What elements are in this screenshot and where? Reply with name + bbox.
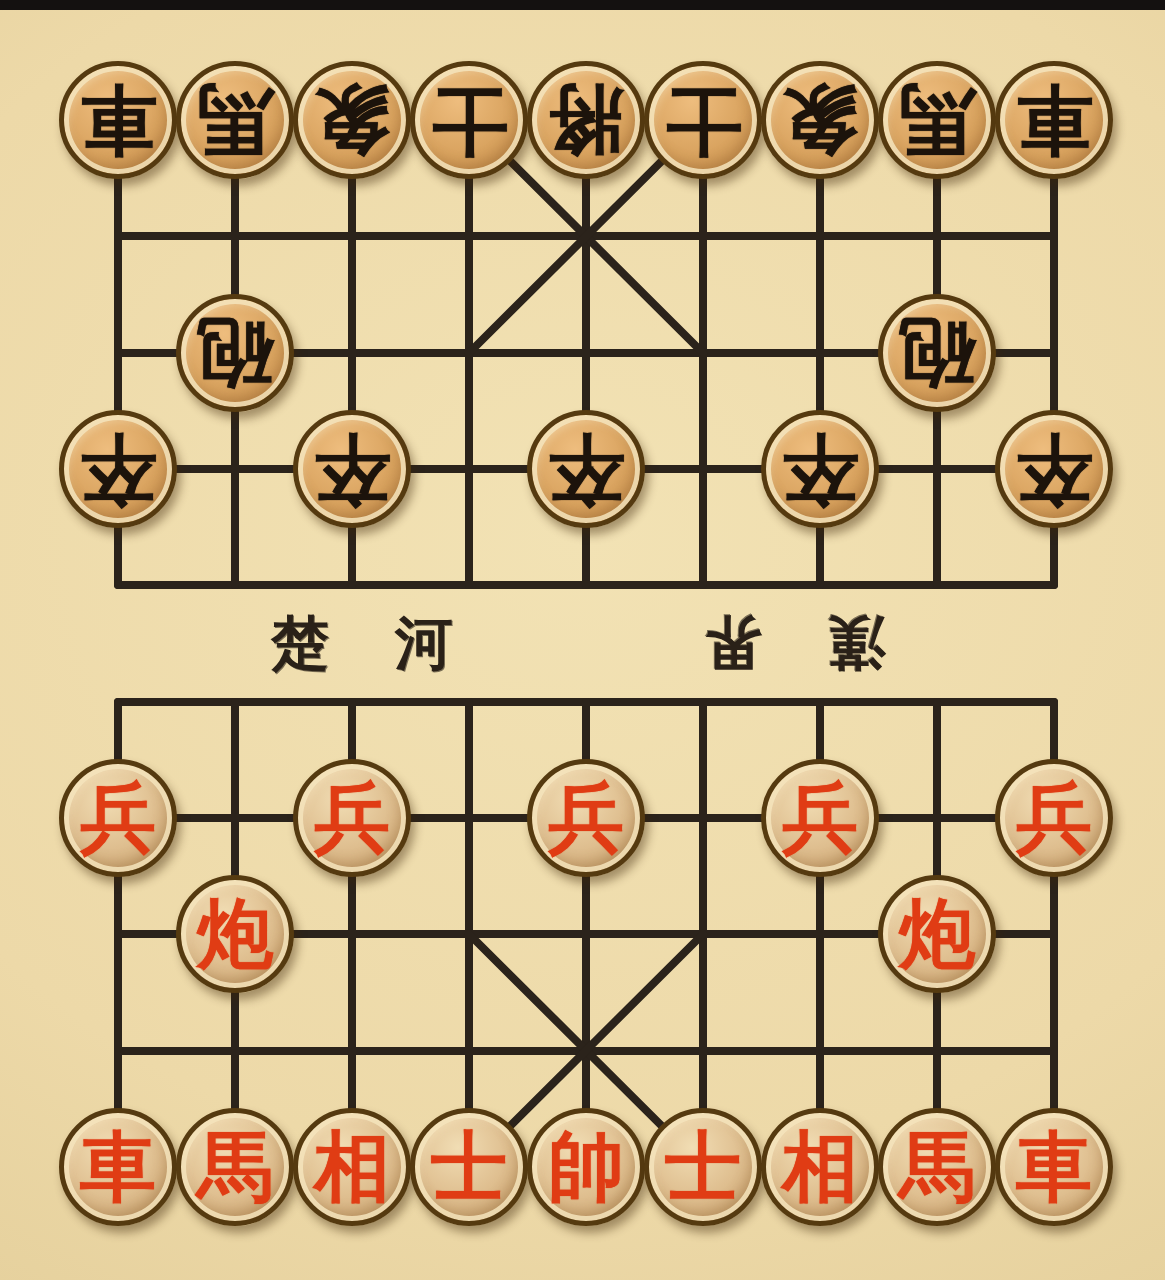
piece-glyph: 砲 <box>197 315 273 391</box>
piece-red-elephant-r10c3[interactable]: 相 <box>293 1108 411 1226</box>
xiangqi-board[interactable]: 楚河 漢界 車馬象士將士象馬車砲砲卒卒卒卒卒兵兵兵兵兵炮炮車馬相士帥士相馬車 <box>0 0 1165 1280</box>
piece-black-soldier-r4c1[interactable]: 卒 <box>59 410 177 528</box>
piece-red-horse-r10c2[interactable]: 馬 <box>176 1108 294 1226</box>
piece-glyph: 車 <box>80 1129 156 1205</box>
piece-glyph: 兵 <box>782 780 858 856</box>
river-label-chu-he: 楚河 <box>271 614 519 672</box>
piece-glyph: 車 <box>80 82 156 158</box>
piece-red-cannon-r8c8[interactable]: 炮 <box>878 875 996 993</box>
piece-black-elephant-r1c3[interactable]: 象 <box>293 61 411 179</box>
piece-glyph: 卒 <box>314 431 390 507</box>
piece-black-soldier-r4c5[interactable]: 卒 <box>527 410 645 528</box>
piece-glyph: 車 <box>1016 1129 1092 1205</box>
piece-black-horse-r1c2[interactable]: 馬 <box>176 61 294 179</box>
piece-red-soldier-r7c5[interactable]: 兵 <box>527 759 645 877</box>
piece-glyph: 卒 <box>782 431 858 507</box>
piece-red-advisor-r10c6[interactable]: 士 <box>644 1108 762 1226</box>
piece-red-general-r10c5[interactable]: 帥 <box>527 1108 645 1226</box>
piece-glyph: 兵 <box>548 780 624 856</box>
piece-black-soldier-r4c3[interactable]: 卒 <box>293 410 411 528</box>
piece-glyph: 相 <box>782 1129 858 1205</box>
piece-red-cannon-r8c2[interactable]: 炮 <box>176 875 294 993</box>
piece-glyph: 將 <box>548 82 624 158</box>
piece-glyph: 象 <box>782 82 858 158</box>
piece-glyph: 士 <box>665 1129 741 1205</box>
piece-glyph: 卒 <box>1016 431 1092 507</box>
river-label-han-jie: 漢界 <box>638 614 886 672</box>
piece-black-general-r1c5[interactable]: 將 <box>527 61 645 179</box>
piece-black-advisor-r1c4[interactable]: 士 <box>410 61 528 179</box>
piece-red-soldier-r7c3[interactable]: 兵 <box>293 759 411 877</box>
piece-glyph: 砲 <box>899 315 975 391</box>
piece-black-chariot-r1c1[interactable]: 車 <box>59 61 177 179</box>
piece-red-soldier-r7c9[interactable]: 兵 <box>995 759 1113 877</box>
piece-black-elephant-r1c7[interactable]: 象 <box>761 61 879 179</box>
piece-glyph: 兵 <box>80 780 156 856</box>
piece-glyph: 馬 <box>197 82 273 158</box>
piece-glyph: 炮 <box>197 896 273 972</box>
piece-glyph: 士 <box>431 1129 507 1205</box>
piece-glyph: 車 <box>1016 82 1092 158</box>
piece-black-advisor-r1c6[interactable]: 士 <box>644 61 762 179</box>
piece-black-cannon-r3c2[interactable]: 砲 <box>176 294 294 412</box>
piece-black-chariot-r1c9[interactable]: 車 <box>995 61 1113 179</box>
piece-red-soldier-r7c1[interactable]: 兵 <box>59 759 177 877</box>
piece-glyph: 士 <box>431 82 507 158</box>
piece-black-horse-r1c8[interactable]: 馬 <box>878 61 996 179</box>
piece-glyph: 士 <box>665 82 741 158</box>
piece-red-soldier-r7c7[interactable]: 兵 <box>761 759 879 877</box>
piece-glyph: 帥 <box>548 1129 624 1205</box>
piece-black-cannon-r3c8[interactable]: 砲 <box>878 294 996 412</box>
piece-red-chariot-r10c9[interactable]: 車 <box>995 1108 1113 1226</box>
piece-glyph: 兵 <box>1016 780 1092 856</box>
piece-glyph: 相 <box>314 1129 390 1205</box>
piece-glyph: 卒 <box>80 431 156 507</box>
piece-red-advisor-r10c4[interactable]: 士 <box>410 1108 528 1226</box>
piece-glyph: 馬 <box>899 82 975 158</box>
piece-red-elephant-r10c7[interactable]: 相 <box>761 1108 879 1226</box>
piece-glyph: 馬 <box>899 1129 975 1205</box>
board-grid <box>0 0 1165 1280</box>
piece-glyph: 馬 <box>197 1129 273 1205</box>
piece-glyph: 卒 <box>548 431 624 507</box>
piece-glyph: 炮 <box>899 896 975 972</box>
piece-glyph: 象 <box>314 82 390 158</box>
piece-red-horse-r10c8[interactable]: 馬 <box>878 1108 996 1226</box>
piece-red-chariot-r10c1[interactable]: 車 <box>59 1108 177 1226</box>
piece-black-soldier-r4c7[interactable]: 卒 <box>761 410 879 528</box>
piece-glyph: 兵 <box>314 780 390 856</box>
piece-black-soldier-r4c9[interactable]: 卒 <box>995 410 1113 528</box>
